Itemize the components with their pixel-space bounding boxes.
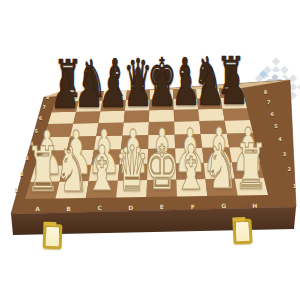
square-d4: [121, 135, 149, 149]
square-b3: [63, 150, 94, 166]
square-h4: [227, 133, 256, 147]
square-g3: [202, 147, 232, 163]
square-e5: [149, 122, 175, 135]
square-d5: [122, 122, 148, 135]
square-a2: [30, 165, 63, 182]
square-h5: [225, 120, 253, 133]
square-c6: [99, 111, 125, 123]
square-g1: [205, 178, 237, 196]
square-e7: [149, 99, 173, 110]
square-a5: [44, 124, 73, 137]
square-f7: [173, 99, 198, 110]
square-d3: [120, 149, 149, 165]
square-c1: [86, 180, 118, 198]
square-g7: [197, 98, 223, 109]
square-b6: [73, 111, 100, 123]
square-g2: [204, 162, 235, 179]
square-h7: [221, 98, 247, 109]
square-a1: [25, 181, 60, 199]
square-b2: [60, 165, 92, 182]
square-c7: [101, 100, 127, 111]
clasp-right: [232, 219, 252, 245]
chess-board: [0, 0, 300, 300]
square-e4: [148, 134, 175, 148]
square-c5: [96, 123, 123, 136]
square-f2: [176, 163, 206, 180]
square-c2: [89, 164, 120, 181]
square-g6: [198, 109, 225, 121]
square-a7: [52, 101, 79, 112]
square-g4: [201, 133, 230, 147]
square-f3: [175, 148, 204, 164]
square-e6: [149, 110, 174, 122]
square-a8: [55, 92, 81, 102]
square-d6: [124, 110, 150, 122]
clasp-left: [43, 224, 63, 250]
square-h2: [232, 162, 264, 179]
square-f1: [176, 179, 207, 197]
square-b8: [79, 91, 104, 101]
square-f8: [173, 89, 197, 99]
square-f5: [174, 121, 201, 134]
product-photo: ♔ ♔ ABCDEFGH1122334455667788 ♜♞♝♛♚♝♞♜♟♟♟…: [0, 0, 300, 300]
square-e1: [147, 179, 177, 197]
square-c8: [102, 91, 127, 101]
square-g5: [199, 121, 226, 134]
square-e3: [148, 148, 176, 164]
square-g8: [196, 89, 221, 99]
square-h6: [223, 108, 250, 120]
square-h1: [235, 178, 268, 196]
square-d2: [118, 164, 148, 181]
square-d8: [126, 90, 150, 100]
square-c3: [91, 149, 121, 165]
square-f4: [175, 134, 203, 148]
square-h3: [229, 147, 260, 163]
square-b5: [70, 123, 98, 136]
square-b1: [55, 181, 88, 199]
square-a6: [48, 112, 76, 124]
square-b4: [67, 136, 96, 150]
square-b7: [76, 101, 102, 112]
square-h8: [219, 88, 244, 98]
square-a4: [40, 136, 70, 150]
square-c4: [94, 135, 122, 149]
square-d1: [116, 180, 147, 198]
square-e2: [147, 163, 176, 180]
square-a3: [35, 150, 67, 166]
square-e8: [150, 90, 174, 100]
square-d7: [125, 100, 150, 111]
square-f6: [174, 109, 200, 121]
